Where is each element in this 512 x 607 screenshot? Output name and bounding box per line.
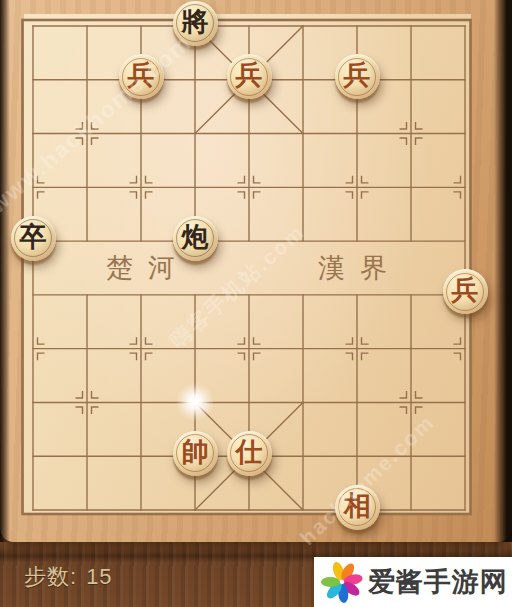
red-elephant-piece[interactable]: 相 <box>335 485 380 530</box>
flower-logo-icon <box>320 559 364 605</box>
black-general-piece[interactable]: 將 <box>173 1 218 46</box>
move-counter: 步数:15 <box>24 562 113 592</box>
black-soldier-piece[interactable]: 卒 <box>11 216 56 261</box>
piece-glyph: 相 <box>344 493 371 520</box>
red-soldier-4-piece[interactable]: 兵 <box>443 269 488 314</box>
red-advisor-piece[interactable]: 仕 <box>227 431 272 476</box>
red-general-piece[interactable]: 帥 <box>173 431 218 476</box>
frame-shadow-left <box>0 0 10 542</box>
frame-shadow-right <box>494 0 512 542</box>
piece-glyph: 兵 <box>128 62 155 89</box>
site-logo[interactable]: 爱酱手游网 <box>314 557 512 607</box>
piece-glyph: 兵 <box>344 62 371 89</box>
site-logo-text: 爱酱手游网 <box>368 564 508 600</box>
red-soldier-2-piece[interactable]: 兵 <box>227 54 272 99</box>
xiangqi-puzzle-screen: 楚河漢界 將兵兵兵卒炮兵帥仕相 www.hackhome.com嗨客手机站.co… <box>0 0 512 607</box>
red-soldier-3-piece[interactable]: 兵 <box>335 54 380 99</box>
piece-glyph: 兵 <box>452 277 479 304</box>
flower-petal <box>321 577 340 587</box>
black-cannon-piece[interactable]: 炮 <box>173 216 218 261</box>
piece-glyph: 兵 <box>236 62 263 89</box>
red-soldier-1-piece[interactable]: 兵 <box>119 54 164 99</box>
move-counter-label: 步数: <box>24 564 77 589</box>
piece-glyph: 仕 <box>236 439 263 466</box>
piece-glyph: 炮 <box>182 224 209 251</box>
move-counter-value: 15 <box>86 564 112 589</box>
piece-glyph: 帥 <box>182 439 209 466</box>
piece-glyph: 卒 <box>20 224 47 251</box>
piece-glyph: 將 <box>182 9 209 36</box>
